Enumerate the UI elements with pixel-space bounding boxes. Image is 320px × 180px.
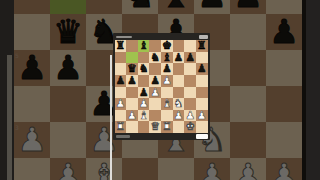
piece-black-pawn-b5[interactable]: ♟ (126, 75, 138, 87)
square-b4[interactable] (126, 87, 138, 99)
video-frame: ♞♝♟♟♛♞♟♟♟♟♟♟♟♟♟♟♝♞♟♝♟♟♟65432 ♜♝♚♜♞♝♟♟♛♞♟… (0, 0, 320, 180)
square-a8[interactable]: ♜ (115, 40, 127, 52)
square-a3[interactable]: ♟ (115, 98, 127, 110)
piece-white-pawn-c3[interactable]: ♟ (138, 98, 150, 110)
piece-white-pawn-b2[interactable]: ♟ (126, 110, 138, 122)
game-panel: ♜♝♚♜♞♝♟♟♛♞♟♟♟♟♟♟♟♟♟♟♝♞♟♝♟♟♟♜♛♜♚ (113, 33, 210, 140)
piece-white-king-g1[interactable]: ♚ (184, 121, 196, 133)
square-g5[interactable] (184, 75, 196, 87)
piece-black-king-e8[interactable]: ♚ (161, 40, 173, 52)
piece-white-rook-e1[interactable]: ♜ (161, 121, 173, 133)
square-h1[interactable] (196, 121, 208, 133)
square-h2[interactable]: ♟ (196, 110, 208, 122)
square-d5[interactable]: ♟ (149, 75, 161, 87)
piece-white-pawn-a3[interactable]: ♟ (115, 98, 127, 110)
square-e1[interactable]: ♜ (161, 121, 173, 133)
square-d3[interactable] (149, 98, 161, 110)
square-a7[interactable] (115, 52, 127, 64)
square-a5[interactable]: ♟ (115, 75, 127, 87)
square-c8[interactable]: ♝ (138, 40, 150, 52)
opponent-bar (113, 33, 210, 40)
piece-black-rook-h8[interactable]: ♜ (196, 40, 208, 52)
square-b2[interactable]: ♟ (126, 110, 138, 122)
square-g1[interactable]: ♚ (184, 121, 196, 133)
piece-black-knight-d7[interactable]: ♞ (149, 52, 161, 64)
square-h3[interactable] (196, 98, 208, 110)
piece-white-knight-f3[interactable]: ♞ (173, 98, 185, 110)
piece-white-bishop-c2[interactable]: ♝ (138, 110, 150, 122)
square-c5[interactable] (138, 75, 150, 87)
square-b8[interactable] (126, 40, 138, 52)
square-c6[interactable]: ♞ (138, 63, 150, 75)
square-g8[interactable] (184, 40, 196, 52)
right-edge-strip (306, 0, 320, 180)
square-f8[interactable] (173, 40, 185, 52)
piece-white-pawn-f2[interactable]: ♟ (173, 110, 185, 122)
square-d1[interactable]: ♛ (149, 121, 161, 133)
piece-black-bishop-c8[interactable]: ♝ (138, 40, 150, 52)
piece-black-pawn-f7[interactable]: ♟ (173, 52, 185, 64)
square-g6[interactable] (184, 63, 196, 75)
piece-white-queen-d1[interactable]: ♛ (149, 121, 161, 133)
piece-white-rook-a1[interactable]: ♜ (115, 121, 127, 133)
scrollbar-sliver (110, 55, 113, 180)
square-e3[interactable]: ♝ (161, 98, 173, 110)
square-c1[interactable] (138, 121, 150, 133)
square-b3[interactable] (126, 98, 138, 110)
square-f6[interactable] (173, 63, 185, 75)
piece-white-bishop-e3[interactable]: ♝ (161, 98, 173, 110)
piece-white-pawn-h2[interactable]: ♟ (196, 110, 208, 122)
square-f2[interactable]: ♟ (173, 110, 185, 122)
square-d7[interactable]: ♞ (149, 52, 161, 64)
opponent-clock (199, 35, 208, 39)
square-b1[interactable] (126, 121, 138, 133)
square-a1[interactable]: ♜ (115, 121, 127, 133)
square-h4[interactable] (196, 87, 208, 99)
player-name-text (116, 135, 130, 138)
square-f3[interactable]: ♞ (173, 98, 185, 110)
piece-black-knight-c6[interactable]: ♞ (138, 63, 150, 75)
square-f7[interactable]: ♟ (173, 52, 185, 64)
square-h6[interactable]: ♟ (196, 63, 208, 75)
square-b5[interactable]: ♟ (126, 75, 138, 87)
left-gray-bar (7, 55, 12, 180)
square-g3[interactable] (184, 98, 196, 110)
square-e8[interactable]: ♚ (161, 40, 173, 52)
player-clock (196, 134, 208, 139)
square-h8[interactable]: ♜ (196, 40, 208, 52)
square-e5[interactable]: ♟ (161, 75, 173, 87)
piece-black-pawn-d5[interactable]: ♟ (149, 75, 161, 87)
square-f1[interactable] (173, 121, 185, 133)
square-g4[interactable] (184, 87, 196, 99)
square-g7[interactable]: ♟ (184, 52, 196, 64)
square-d4[interactable]: ♟ (149, 87, 161, 99)
square-c3[interactable]: ♟ (138, 98, 150, 110)
square-f5[interactable] (173, 75, 185, 87)
piece-black-pawn-h6[interactable]: ♟ (196, 63, 208, 75)
piece-black-rook-a8[interactable]: ♜ (115, 40, 127, 52)
square-c2[interactable]: ♝ (138, 110, 150, 122)
square-d8[interactable] (149, 40, 161, 52)
piece-black-pawn-g7[interactable]: ♟ (184, 52, 196, 64)
piece-white-pawn-d4[interactable]: ♟ (149, 87, 161, 99)
piece-black-pawn-a5[interactable]: ♟ (115, 75, 127, 87)
opponent-name-text (116, 36, 132, 39)
chess-board[interactable]: ♜♝♚♜♞♝♟♟♛♞♟♟♟♟♟♟♟♟♟♟♝♞♟♝♟♟♟♜♛♜♚ (115, 40, 208, 133)
piece-white-pawn-e5[interactable]: ♟ (161, 75, 173, 87)
square-h5[interactable] (196, 75, 208, 87)
player-bar (113, 133, 210, 140)
